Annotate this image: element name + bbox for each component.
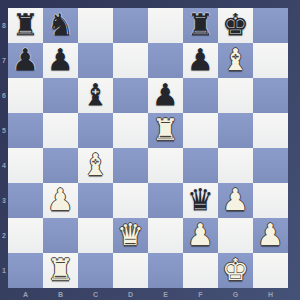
rank-label-7: 7 — [0, 43, 8, 78]
piece-black-rook[interactable]: ♜ — [183, 8, 218, 43]
piece-black-rook[interactable]: ♜ — [8, 8, 43, 43]
square-a5[interactable] — [8, 113, 43, 148]
square-c7[interactable] — [78, 43, 113, 78]
rank-label-4: 4 — [0, 148, 8, 183]
file-label-h: H — [253, 288, 288, 300]
rank-label-6: 6 — [0, 78, 8, 113]
square-b6[interactable] — [43, 78, 78, 113]
square-h5[interactable] — [253, 113, 288, 148]
square-a1[interactable] — [8, 253, 43, 288]
square-d8[interactable] — [113, 8, 148, 43]
square-b2[interactable] — [43, 218, 78, 253]
square-g2[interactable] — [218, 218, 253, 253]
piece-white-queen[interactable]: ♛ — [113, 218, 148, 253]
square-b5[interactable] — [43, 113, 78, 148]
piece-white-bishop[interactable]: ♝ — [78, 148, 113, 183]
square-a4[interactable] — [8, 148, 43, 183]
square-e8[interactable] — [148, 8, 183, 43]
square-d2[interactable]: ♛ — [113, 218, 148, 253]
square-a6[interactable] — [8, 78, 43, 113]
square-b3[interactable]: ♟ — [43, 183, 78, 218]
square-h2[interactable]: ♟ — [253, 218, 288, 253]
square-h8[interactable] — [253, 8, 288, 43]
square-c3[interactable] — [78, 183, 113, 218]
square-c8[interactable] — [78, 8, 113, 43]
square-e3[interactable] — [148, 183, 183, 218]
rank-label-2: 2 — [0, 218, 8, 253]
square-a7[interactable]: ♟ — [8, 43, 43, 78]
piece-black-king[interactable]: ♚ — [218, 8, 253, 43]
square-g1[interactable]: ♚ — [218, 253, 253, 288]
piece-white-rook[interactable]: ♜ — [148, 113, 183, 148]
square-b1[interactable]: ♜ — [43, 253, 78, 288]
rank-label-5: 5 — [0, 113, 8, 148]
file-label-c: C — [78, 288, 113, 300]
piece-white-pawn[interactable]: ♟ — [218, 183, 253, 218]
piece-white-rook[interactable]: ♜ — [43, 253, 78, 288]
piece-black-queen[interactable]: ♛ — [183, 183, 218, 218]
piece-white-pawn[interactable]: ♟ — [253, 218, 288, 253]
file-label-d: D — [113, 288, 148, 300]
file-label-a: A — [8, 288, 43, 300]
square-b7[interactable]: ♟ — [43, 43, 78, 78]
square-h1[interactable] — [253, 253, 288, 288]
square-g6[interactable] — [218, 78, 253, 113]
square-g7[interactable]: ♝ — [218, 43, 253, 78]
square-g3[interactable]: ♟ — [218, 183, 253, 218]
piece-black-pawn[interactable]: ♟ — [8, 43, 43, 78]
square-c2[interactable] — [78, 218, 113, 253]
square-e2[interactable] — [148, 218, 183, 253]
square-h3[interactable] — [253, 183, 288, 218]
piece-white-bishop[interactable]: ♝ — [218, 43, 253, 78]
square-d6[interactable] — [113, 78, 148, 113]
square-c6[interactable]: ♝ — [78, 78, 113, 113]
square-c1[interactable] — [78, 253, 113, 288]
square-h7[interactable] — [253, 43, 288, 78]
file-label-g: G — [218, 288, 253, 300]
rank-label-8: 8 — [0, 8, 8, 43]
square-a8[interactable]: ♜ — [8, 8, 43, 43]
square-g5[interactable] — [218, 113, 253, 148]
square-f1[interactable] — [183, 253, 218, 288]
square-h6[interactable] — [253, 78, 288, 113]
piece-black-knight[interactable]: ♞ — [43, 8, 78, 43]
square-f4[interactable] — [183, 148, 218, 183]
piece-black-pawn[interactable]: ♟ — [43, 43, 78, 78]
chess-diagram: ♜♞♜♚♟♟♟♝♝♟♜♝♟♛♟♛♟♟♜♚ 87654321 ABCDEFGH — [0, 0, 300, 300]
square-a2[interactable] — [8, 218, 43, 253]
square-e4[interactable] — [148, 148, 183, 183]
square-e6[interactable]: ♟ — [148, 78, 183, 113]
rank-label-1: 1 — [0, 253, 8, 288]
square-d4[interactable] — [113, 148, 148, 183]
square-d7[interactable] — [113, 43, 148, 78]
square-g8[interactable]: ♚ — [218, 8, 253, 43]
file-label-f: F — [183, 288, 218, 300]
piece-white-pawn[interactable]: ♟ — [183, 218, 218, 253]
square-d3[interactable] — [113, 183, 148, 218]
square-g4[interactable] — [218, 148, 253, 183]
square-e1[interactable] — [148, 253, 183, 288]
piece-black-bishop[interactable]: ♝ — [78, 78, 113, 113]
square-d1[interactable] — [113, 253, 148, 288]
square-c5[interactable] — [78, 113, 113, 148]
square-h4[interactable] — [253, 148, 288, 183]
chess-board: ♜♞♜♚♟♟♟♝♝♟♜♝♟♛♟♛♟♟♜♚ — [8, 8, 288, 288]
square-d5[interactable] — [113, 113, 148, 148]
square-a3[interactable] — [8, 183, 43, 218]
square-f7[interactable]: ♟ — [183, 43, 218, 78]
file-label-b: B — [43, 288, 78, 300]
square-e5[interactable]: ♜ — [148, 113, 183, 148]
square-e7[interactable] — [148, 43, 183, 78]
square-f5[interactable] — [183, 113, 218, 148]
piece-black-pawn[interactable]: ♟ — [148, 78, 183, 113]
square-b4[interactable] — [43, 148, 78, 183]
rank-label-3: 3 — [0, 183, 8, 218]
square-c4[interactable]: ♝ — [78, 148, 113, 183]
square-f2[interactable]: ♟ — [183, 218, 218, 253]
piece-white-pawn[interactable]: ♟ — [43, 183, 78, 218]
file-label-e: E — [148, 288, 183, 300]
square-f8[interactable]: ♜ — [183, 8, 218, 43]
square-b8[interactable]: ♞ — [43, 8, 78, 43]
piece-black-pawn[interactable]: ♟ — [183, 43, 218, 78]
square-f3[interactable]: ♛ — [183, 183, 218, 218]
square-f6[interactable] — [183, 78, 218, 113]
piece-white-king[interactable]: ♚ — [218, 253, 253, 288]
